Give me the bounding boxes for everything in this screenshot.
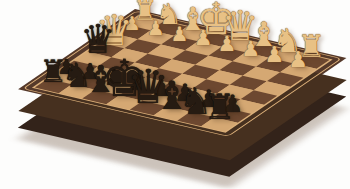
scene-caption: Ebonized and boxwood Staunton chess piec…	[0, 0, 1, 1]
product-photo-scene: Ebonized and boxwood Staunton chess piec…	[0, 0, 350, 189]
chess-board	[18, 9, 346, 138]
